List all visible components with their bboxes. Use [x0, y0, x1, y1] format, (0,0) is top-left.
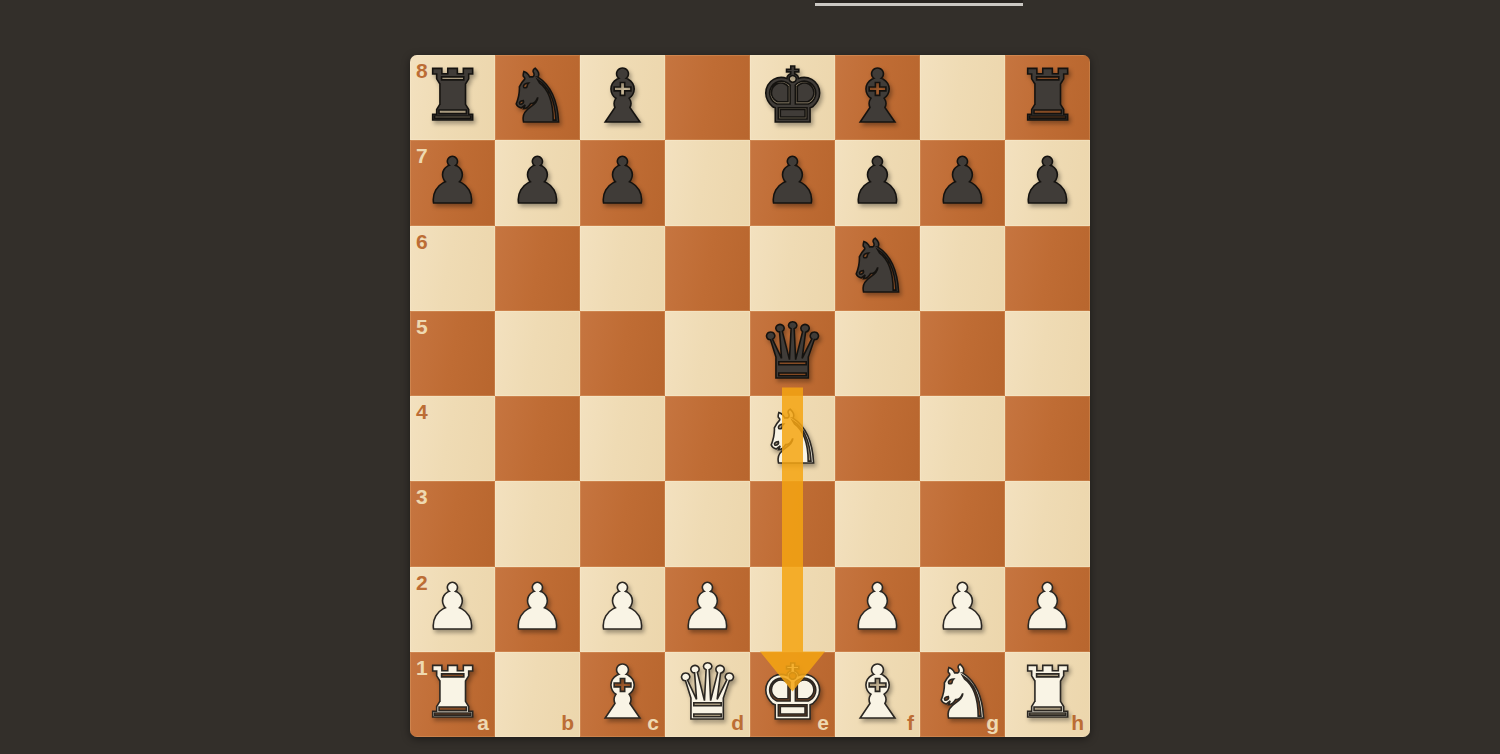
square-a1[interactable]: 1a♜ — [410, 652, 495, 737]
square-h6[interactable] — [1005, 226, 1090, 311]
square-c2[interactable]: ♟ — [580, 567, 665, 652]
square-a5[interactable]: 5 — [410, 311, 495, 396]
square-g5[interactable] — [920, 311, 1005, 396]
piece-black-pawn-f7[interactable]: ♟ — [849, 149, 906, 213]
piece-white-pawn-d2[interactable]: ♟ — [679, 575, 736, 639]
piece-white-pawn-c2[interactable]: ♟ — [594, 575, 651, 639]
piece-white-rook-h1[interactable]: ♜ — [1016, 657, 1080, 728]
piece-white-rook-a1[interactable]: ♜ — [421, 657, 485, 728]
square-c1[interactable]: c♝ — [580, 652, 665, 737]
square-g2[interactable]: ♟ — [920, 567, 1005, 652]
piece-black-bishop-c8[interactable]: ♝ — [589, 59, 655, 133]
square-a7[interactable]: 7♟ — [410, 140, 495, 225]
piece-black-rook-a8[interactable]: ♜ — [421, 60, 485, 131]
file-label-b: b — [561, 712, 574, 733]
square-d3[interactable] — [665, 481, 750, 566]
square-c5[interactable] — [580, 311, 665, 396]
square-b2[interactable]: ♟ — [495, 567, 580, 652]
square-d2[interactable]: ♟ — [665, 567, 750, 652]
square-e6[interactable] — [750, 226, 835, 311]
piece-black-rook-h8[interactable]: ♜ — [1016, 60, 1080, 131]
square-g4[interactable] — [920, 396, 1005, 481]
square-f3[interactable] — [835, 481, 920, 566]
square-e4[interactable]: ♞ — [750, 396, 835, 481]
square-c6[interactable] — [580, 226, 665, 311]
square-c4[interactable] — [580, 396, 665, 481]
piece-black-bishop-f8[interactable]: ♝ — [844, 59, 910, 133]
square-a3[interactable]: 3 — [410, 481, 495, 566]
page-background: 8♜♞♝♚♝♜7♟♟♟♟♟♟♟6♞5♛4♞32♟♟♟♟♟♟♟1a♜bc♝d♛e♚… — [0, 0, 1500, 754]
piece-white-queen-d1[interactable]: ♛ — [673, 654, 742, 731]
square-b8[interactable]: ♞ — [495, 55, 580, 140]
piece-black-pawn-c7[interactable]: ♟ — [594, 149, 651, 213]
rank-label-5: 5 — [416, 316, 428, 337]
square-c3[interactable] — [580, 481, 665, 566]
square-d8[interactable] — [665, 55, 750, 140]
square-h8[interactable]: ♜ — [1005, 55, 1090, 140]
square-f7[interactable]: ♟ — [835, 140, 920, 225]
square-b3[interactable] — [495, 481, 580, 566]
square-f4[interactable] — [835, 396, 920, 481]
piece-white-pawn-g2[interactable]: ♟ — [934, 575, 991, 639]
piece-black-pawn-a7[interactable]: ♟ — [424, 149, 481, 213]
rank-label-6: 6 — [416, 231, 428, 252]
square-e5[interactable]: ♛ — [750, 311, 835, 396]
square-e2[interactable] — [750, 567, 835, 652]
square-h2[interactable]: ♟ — [1005, 567, 1090, 652]
piece-black-knight-b8[interactable]: ♞ — [504, 59, 570, 133]
top-cutoff-bar — [815, 0, 1023, 6]
piece-white-pawn-h2[interactable]: ♟ — [1019, 575, 1076, 639]
square-a4[interactable]: 4 — [410, 396, 495, 481]
square-d6[interactable] — [665, 226, 750, 311]
square-d4[interactable] — [665, 396, 750, 481]
piece-white-pawn-a2[interactable]: ♟ — [424, 575, 481, 639]
square-d1[interactable]: d♛ — [665, 652, 750, 737]
piece-white-king-e1[interactable]: ♚ — [758, 654, 827, 731]
piece-white-knight-e4[interactable]: ♞ — [759, 400, 825, 474]
piece-black-pawn-g7[interactable]: ♟ — [934, 149, 991, 213]
square-g7[interactable]: ♟ — [920, 140, 1005, 225]
piece-black-pawn-e7[interactable]: ♟ — [764, 149, 821, 213]
square-e7[interactable]: ♟ — [750, 140, 835, 225]
square-f6[interactable]: ♞ — [835, 226, 920, 311]
piece-black-knight-f6[interactable]: ♞ — [844, 229, 910, 303]
piece-black-king-e8[interactable]: ♚ — [758, 57, 827, 134]
chess-board[interactable]: 8♜♞♝♚♝♜7♟♟♟♟♟♟♟6♞5♛4♞32♟♟♟♟♟♟♟1a♜bc♝d♛e♚… — [410, 55, 1090, 737]
square-e1[interactable]: e♚ — [750, 652, 835, 737]
square-d7[interactable] — [665, 140, 750, 225]
square-f1[interactable]: f♝ — [835, 652, 920, 737]
square-e3[interactable] — [750, 481, 835, 566]
square-f5[interactable] — [835, 311, 920, 396]
square-a8[interactable]: 8♜ — [410, 55, 495, 140]
square-h3[interactable] — [1005, 481, 1090, 566]
piece-black-pawn-h7[interactable]: ♟ — [1019, 149, 1076, 213]
square-c8[interactable]: ♝ — [580, 55, 665, 140]
square-b4[interactable] — [495, 396, 580, 481]
rank-label-3: 3 — [416, 486, 428, 507]
piece-black-queen-e5[interactable]: ♛ — [758, 313, 827, 390]
square-d5[interactable] — [665, 311, 750, 396]
square-e8[interactable]: ♚ — [750, 55, 835, 140]
piece-black-pawn-b7[interactable]: ♟ — [509, 149, 566, 213]
square-a6[interactable]: 6 — [410, 226, 495, 311]
square-g6[interactable] — [920, 226, 1005, 311]
rank-label-4: 4 — [416, 401, 428, 422]
square-g8[interactable] — [920, 55, 1005, 140]
square-h7[interactable]: ♟ — [1005, 140, 1090, 225]
square-b5[interactable] — [495, 311, 580, 396]
square-b1[interactable]: b — [495, 652, 580, 737]
piece-white-knight-g1[interactable]: ♞ — [929, 655, 995, 729]
square-b6[interactable] — [495, 226, 580, 311]
square-f8[interactable]: ♝ — [835, 55, 920, 140]
square-g3[interactable] — [920, 481, 1005, 566]
square-b7[interactable]: ♟ — [495, 140, 580, 225]
square-g1[interactable]: g♞ — [920, 652, 1005, 737]
piece-white-bishop-f1[interactable]: ♝ — [844, 655, 910, 729]
piece-white-pawn-f2[interactable]: ♟ — [849, 575, 906, 639]
piece-white-bishop-c1[interactable]: ♝ — [589, 655, 655, 729]
square-f2[interactable]: ♟ — [835, 567, 920, 652]
square-h1[interactable]: h♜ — [1005, 652, 1090, 737]
square-h4[interactable] — [1005, 396, 1090, 481]
piece-white-pawn-b2[interactable]: ♟ — [509, 575, 566, 639]
square-a2[interactable]: 2♟ — [410, 567, 495, 652]
square-h5[interactable] — [1005, 311, 1090, 396]
square-c7[interactable]: ♟ — [580, 140, 665, 225]
